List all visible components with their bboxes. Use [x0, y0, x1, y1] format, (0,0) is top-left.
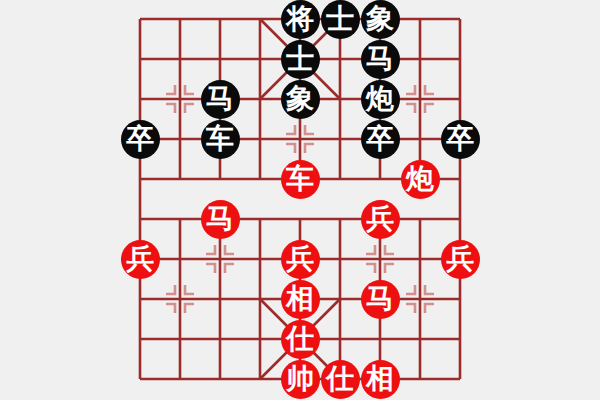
black-soldier[interactable]: 卒 — [441, 120, 480, 159]
black-advisor[interactable]: 士 — [321, 0, 360, 39]
black-soldier[interactable]: 卒 — [361, 120, 400, 159]
black-elephant[interactable]: 象 — [361, 0, 400, 39]
red-elephant[interactable]: 相 — [361, 360, 400, 399]
red-horse[interactable]: 马 — [201, 200, 240, 239]
red-elephant[interactable]: 相 — [281, 280, 320, 319]
red-soldier[interactable]: 兵 — [361, 200, 400, 239]
red-soldier[interactable]: 兵 — [121, 240, 160, 279]
black-cannon[interactable]: 炮 — [361, 80, 400, 119]
black-elephant[interactable]: 象 — [281, 80, 320, 119]
black-general[interactable]: 将 — [281, 0, 320, 39]
black-advisor[interactable]: 士 — [281, 40, 320, 79]
red-advisor[interactable]: 仕 — [281, 320, 320, 359]
red-chariot[interactable]: 车 — [281, 160, 320, 199]
red-horse[interactable]: 马 — [361, 280, 400, 319]
black-horse[interactable]: 马 — [361, 40, 400, 79]
red-cannon[interactable]: 炮 — [401, 160, 440, 199]
xiangqi-board: 将士象士马马象炮卒车卒卒车炮马兵兵兵兵相马仕帅仕相 — [120, 0, 480, 399]
red-soldier[interactable]: 兵 — [281, 240, 320, 279]
black-horse[interactable]: 马 — [201, 80, 240, 119]
xiangqi-app: 将士象士马马象炮卒车卒卒车炮马兵兵兵兵相马仕帅仕相 — [0, 0, 600, 400]
black-soldier[interactable]: 卒 — [121, 120, 160, 159]
red-soldier[interactable]: 兵 — [441, 240, 480, 279]
red-general[interactable]: 帅 — [281, 360, 320, 399]
black-chariot[interactable]: 车 — [201, 120, 240, 159]
red-advisor[interactable]: 仕 — [321, 360, 360, 399]
